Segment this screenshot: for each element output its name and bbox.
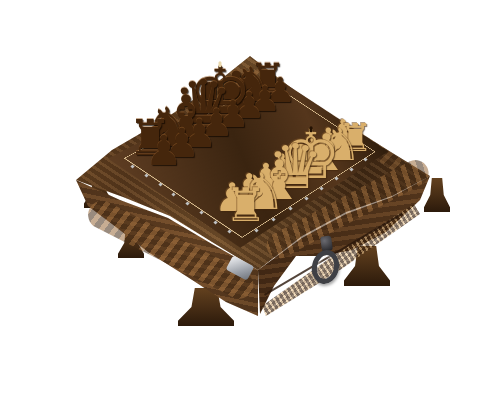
chess-box-photo: ♜♞♝♛♚♝♞♜♟♟♟♟♟♟♟♟♟♟♟♟♟♟♟♟♜♞♝♛♚♝♞♜ [0,0,500,400]
piece-white-rook[interactable]: ♜ [225,182,267,228]
piece-black-pawn[interactable]: ♟ [145,131,182,172]
box-foot [424,178,450,212]
